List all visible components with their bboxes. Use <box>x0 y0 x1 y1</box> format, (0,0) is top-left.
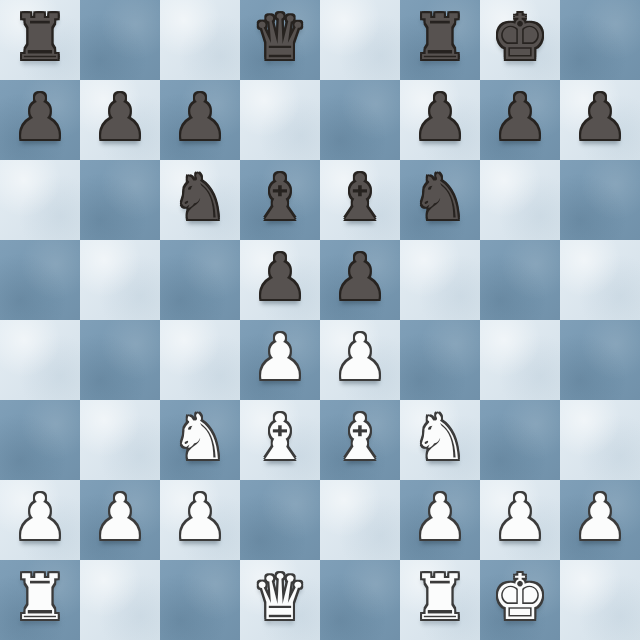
square-h4[interactable] <box>560 320 640 400</box>
piece-white-pawn-f2[interactable]: ♟ <box>412 478 468 558</box>
piece-black-bishop-e6[interactable]: ♝ <box>332 158 388 238</box>
piece-black-knight-c6[interactable]: ♞ <box>172 158 228 238</box>
piece-black-pawn-g7[interactable]: ♟ <box>492 78 548 158</box>
square-b3[interactable] <box>80 400 160 480</box>
square-h8[interactable] <box>560 0 640 80</box>
square-g2[interactable]: ♟ <box>480 480 560 560</box>
square-b5[interactable] <box>80 240 160 320</box>
chess-board: ♜♛♜♚♟♟♟♟♟♟♞♝♝♞♟♟♟♟♞♝♝♞♟♟♟♟♟♟♜♛♜♚ <box>0 0 640 640</box>
piece-black-pawn-b7[interactable]: ♟ <box>92 78 148 158</box>
square-h1[interactable] <box>560 560 640 640</box>
piece-white-king-g1[interactable]: ♚ <box>492 558 548 638</box>
square-h7[interactable]: ♟ <box>560 80 640 160</box>
piece-white-pawn-b2[interactable]: ♟ <box>92 478 148 558</box>
square-e3[interactable]: ♝ <box>320 400 400 480</box>
square-b8[interactable] <box>80 0 160 80</box>
square-c1[interactable] <box>160 560 240 640</box>
square-f3[interactable]: ♞ <box>400 400 480 480</box>
square-a8[interactable]: ♜ <box>0 0 80 80</box>
piece-white-pawn-a2[interactable]: ♟ <box>12 478 68 558</box>
square-g6[interactable] <box>480 160 560 240</box>
square-c7[interactable]: ♟ <box>160 80 240 160</box>
piece-black-pawn-f7[interactable]: ♟ <box>412 78 468 158</box>
piece-black-pawn-c7[interactable]: ♟ <box>172 78 228 158</box>
piece-black-rook-f8[interactable]: ♜ <box>412 0 468 78</box>
square-f2[interactable]: ♟ <box>400 480 480 560</box>
piece-white-pawn-h2[interactable]: ♟ <box>572 478 628 558</box>
square-d4[interactable]: ♟ <box>240 320 320 400</box>
square-h6[interactable] <box>560 160 640 240</box>
square-b1[interactable] <box>80 560 160 640</box>
square-c8[interactable] <box>160 0 240 80</box>
square-d7[interactable] <box>240 80 320 160</box>
square-e1[interactable] <box>320 560 400 640</box>
square-a5[interactable] <box>0 240 80 320</box>
chess-board-wrapper: ♜♛♜♚♟♟♟♟♟♟♞♝♝♞♟♟♟♟♞♝♝♞♟♟♟♟♟♟♜♛♜♚ <box>0 0 640 640</box>
square-g4[interactable] <box>480 320 560 400</box>
square-a7[interactable]: ♟ <box>0 80 80 160</box>
square-g8[interactable]: ♚ <box>480 0 560 80</box>
square-c6[interactable]: ♞ <box>160 160 240 240</box>
piece-white-pawn-e4[interactable]: ♟ <box>332 318 388 398</box>
square-e2[interactable] <box>320 480 400 560</box>
square-e8[interactable] <box>320 0 400 80</box>
piece-black-bishop-d6[interactable]: ♝ <box>252 158 308 238</box>
piece-white-pawn-g2[interactable]: ♟ <box>492 478 548 558</box>
square-h3[interactable] <box>560 400 640 480</box>
square-c2[interactable]: ♟ <box>160 480 240 560</box>
square-e5[interactable]: ♟ <box>320 240 400 320</box>
square-h2[interactable]: ♟ <box>560 480 640 560</box>
piece-black-pawn-d5[interactable]: ♟ <box>252 238 308 318</box>
square-d2[interactable] <box>240 480 320 560</box>
piece-black-pawn-e5[interactable]: ♟ <box>332 238 388 318</box>
square-f1[interactable]: ♜ <box>400 560 480 640</box>
piece-white-knight-c3[interactable]: ♞ <box>172 398 228 478</box>
piece-black-pawn-h7[interactable]: ♟ <box>572 78 628 158</box>
piece-white-bishop-e3[interactable]: ♝ <box>332 398 388 478</box>
square-e6[interactable]: ♝ <box>320 160 400 240</box>
piece-white-queen-d1[interactable]: ♛ <box>252 558 308 638</box>
piece-black-queen-d8[interactable]: ♛ <box>252 0 308 78</box>
square-d1[interactable]: ♛ <box>240 560 320 640</box>
piece-black-rook-a8[interactable]: ♜ <box>12 0 68 78</box>
square-a4[interactable] <box>0 320 80 400</box>
square-d8[interactable]: ♛ <box>240 0 320 80</box>
square-a1[interactable]: ♜ <box>0 560 80 640</box>
square-b6[interactable] <box>80 160 160 240</box>
square-a6[interactable] <box>0 160 80 240</box>
square-f5[interactable] <box>400 240 480 320</box>
piece-black-king-g8[interactable]: ♚ <box>492 0 548 78</box>
piece-white-bishop-d3[interactable]: ♝ <box>252 398 308 478</box>
piece-white-rook-a1[interactable]: ♜ <box>12 558 68 638</box>
square-a3[interactable] <box>0 400 80 480</box>
square-g7[interactable]: ♟ <box>480 80 560 160</box>
piece-black-knight-f6[interactable]: ♞ <box>412 158 468 238</box>
square-h5[interactable] <box>560 240 640 320</box>
square-g5[interactable] <box>480 240 560 320</box>
square-f6[interactable]: ♞ <box>400 160 480 240</box>
piece-black-pawn-a7[interactable]: ♟ <box>12 78 68 158</box>
square-d6[interactable]: ♝ <box>240 160 320 240</box>
square-b7[interactable]: ♟ <box>80 80 160 160</box>
square-a2[interactable]: ♟ <box>0 480 80 560</box>
square-g3[interactable] <box>480 400 560 480</box>
piece-white-rook-f1[interactable]: ♜ <box>412 558 468 638</box>
piece-white-pawn-d4[interactable]: ♟ <box>252 318 308 398</box>
piece-white-pawn-c2[interactable]: ♟ <box>172 478 228 558</box>
square-g1[interactable]: ♚ <box>480 560 560 640</box>
square-e7[interactable] <box>320 80 400 160</box>
square-f8[interactable]: ♜ <box>400 0 480 80</box>
square-b4[interactable] <box>80 320 160 400</box>
square-c3[interactable]: ♞ <box>160 400 240 480</box>
square-d5[interactable]: ♟ <box>240 240 320 320</box>
square-c4[interactable] <box>160 320 240 400</box>
square-d3[interactable]: ♝ <box>240 400 320 480</box>
square-e4[interactable]: ♟ <box>320 320 400 400</box>
square-c5[interactable] <box>160 240 240 320</box>
square-b2[interactable]: ♟ <box>80 480 160 560</box>
piece-white-knight-f3[interactable]: ♞ <box>412 398 468 478</box>
square-f7[interactable]: ♟ <box>400 80 480 160</box>
square-f4[interactable] <box>400 320 480 400</box>
